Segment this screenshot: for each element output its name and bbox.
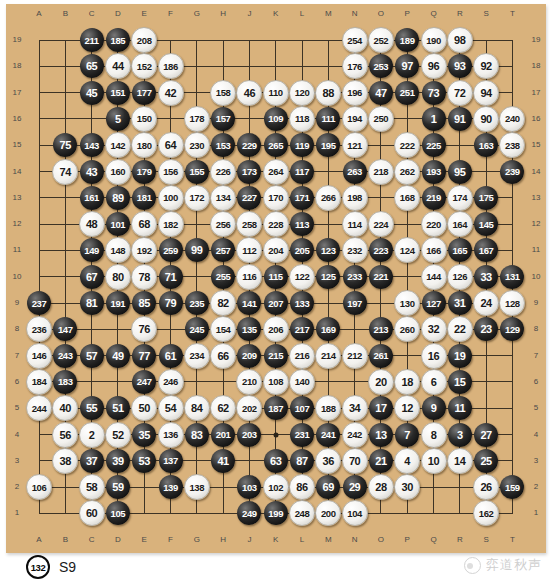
stone-G16: 178: [184, 106, 210, 132]
coord-label-top: B: [63, 10, 68, 18]
stone-D5: 51: [106, 396, 130, 420]
stone-K5: 187: [264, 396, 288, 420]
coord-label-left: 3: [15, 457, 19, 465]
stone-move-number: 187: [268, 403, 283, 414]
stone-move-number: 163: [479, 140, 494, 151]
stone-move-number: 172: [189, 192, 204, 203]
stone-O4: 13: [369, 423, 393, 447]
stone-move-number: 109: [268, 113, 283, 124]
stone-move-number: 64: [165, 139, 176, 151]
stone-move-number: 259: [163, 245, 178, 256]
stone-move-number: 225: [426, 140, 441, 151]
stone-P17: 251: [395, 81, 419, 105]
stone-move-number: 211: [85, 35, 99, 46]
stone-move-number: 10: [428, 455, 439, 467]
stone-R19: 98: [447, 27, 473, 53]
stone-K17: 110: [263, 80, 289, 106]
stone-O6: 20: [368, 369, 394, 395]
stone-D17: 151: [106, 81, 130, 105]
coord-label-left: 18: [13, 62, 22, 70]
stone-S4: 27: [474, 423, 498, 447]
stone-J5: 202: [236, 395, 262, 421]
stone-O19: 252: [368, 27, 394, 53]
stone-move-number: 69: [323, 481, 334, 493]
stone-H4: 201: [211, 423, 235, 447]
stone-move-number: 183: [58, 376, 73, 387]
stone-move-number: 71: [165, 271, 176, 283]
stone-move-number: 76: [138, 323, 149, 335]
stone-C3: 37: [80, 449, 104, 473]
stone-K14: 264: [263, 159, 289, 185]
stone-move-number: 77: [138, 350, 149, 362]
stone-N14: 263: [343, 160, 367, 184]
stone-L13: 171: [290, 186, 314, 210]
stone-P4: 7: [395, 423, 419, 447]
stone-move-number: 80: [112, 271, 123, 283]
stone-move-number: 212: [347, 350, 362, 361]
stone-C10: 67: [80, 265, 104, 289]
stone-A8: 236: [26, 316, 52, 342]
stone-T10: 131: [500, 265, 524, 289]
move-number-badge: 132: [26, 555, 50, 579]
stone-F5: 54: [158, 395, 184, 421]
stone-S16: 90: [473, 106, 499, 132]
stone-N4: 242: [342, 422, 368, 448]
stone-move-number: 196: [347, 87, 362, 98]
stone-move-number: 125: [321, 271, 336, 282]
stone-move-number: 55: [86, 402, 97, 414]
stone-move-number: 24: [480, 297, 491, 309]
stone-M11: 123: [316, 238, 340, 262]
stone-move-number: 151: [111, 87, 126, 98]
stone-move-number: 107: [295, 403, 310, 414]
stone-move-number: 122: [295, 271, 310, 282]
stone-move-number: 174: [452, 192, 467, 203]
stone-move-number: 40: [60, 402, 71, 414]
stone-C12: 48: [79, 211, 105, 237]
coord-label-top: F: [168, 10, 173, 18]
stone-P6: 18: [394, 369, 420, 395]
star-point: [273, 432, 278, 437]
stone-N2: 29: [343, 475, 367, 499]
coord-label-bottom: G: [194, 536, 200, 544]
stone-move-number: 13: [375, 429, 386, 441]
stone-move-number: 51: [112, 402, 123, 414]
stone-M3: 36: [315, 448, 341, 474]
stone-F4: 136: [158, 422, 184, 448]
coord-label-bottom: H: [220, 536, 226, 544]
stone-Q5: 9: [422, 396, 446, 420]
coord-label-top: H: [220, 10, 226, 18]
stone-move-number: 79: [165, 297, 176, 309]
stone-move-number: 254: [347, 35, 362, 46]
stone-Q3: 10: [421, 448, 447, 474]
stone-A7: 146: [26, 343, 52, 369]
stone-M13: 266: [315, 185, 341, 211]
stone-move-number: 93: [454, 60, 465, 72]
stone-Q8: 32: [421, 316, 447, 342]
coord-label-top: K: [273, 10, 278, 18]
stone-R8: 22: [447, 316, 473, 342]
stone-P8: 260: [394, 316, 420, 342]
stone-move-number: 247: [137, 376, 152, 387]
stone-move-number: 167: [479, 245, 494, 256]
stone-H14: 226: [210, 159, 236, 185]
stone-move-number: 97: [401, 60, 412, 72]
stone-move-number: 176: [347, 61, 362, 72]
stone-move-number: 236: [32, 324, 47, 335]
stone-G13: 172: [184, 185, 210, 211]
stone-Q14: 193: [422, 160, 446, 184]
stone-J7: 209: [237, 344, 261, 368]
stone-N17: 196: [342, 80, 368, 106]
stone-move-number: 5: [115, 113, 121, 125]
stone-F3: 137: [159, 449, 183, 473]
coord-label-bottom: A: [36, 536, 41, 544]
stone-move-number: 88: [323, 87, 334, 99]
stone-R16: 91: [448, 107, 472, 131]
stone-move-number: 3: [457, 429, 463, 441]
stone-K8: 206: [263, 316, 289, 342]
stone-R14: 95: [448, 160, 472, 184]
stone-M1: 200: [315, 500, 341, 526]
stone-move-number: 161: [84, 192, 99, 203]
stone-move-number: 186: [163, 61, 178, 72]
stone-P2: 30: [394, 474, 420, 500]
stone-move-number: 127: [426, 298, 441, 309]
stone-move-number: 36: [323, 455, 334, 467]
stone-E11: 192: [131, 237, 157, 263]
stone-J15: 229: [237, 133, 261, 157]
stone-T2: 159: [500, 475, 524, 499]
stone-move-number: 84: [191, 402, 202, 414]
stone-move-number: 159: [505, 482, 520, 493]
stone-move-number: 173: [242, 166, 257, 177]
stone-move-number: 95: [454, 166, 465, 178]
stone-move-number: 139: [163, 482, 178, 493]
coord-label-bottom: S: [483, 536, 488, 544]
stone-move-number: 214: [321, 350, 336, 361]
stone-move-number: 113: [295, 219, 309, 230]
stone-move-number: 105: [111, 508, 126, 519]
stone-move-number: 228: [268, 219, 283, 230]
stone-P9: 130: [394, 290, 420, 316]
stone-R10: 126: [447, 264, 473, 290]
stone-move-number: 191: [111, 298, 126, 309]
stone-F17: 42: [158, 80, 184, 106]
stone-move-number: 263: [347, 166, 362, 177]
stone-D4: 52: [105, 422, 131, 448]
stone-move-number: 90: [480, 113, 491, 125]
stone-S17: 94: [473, 80, 499, 106]
stone-L1: 248: [289, 500, 315, 526]
stone-move-number: 171: [295, 192, 310, 203]
stone-move-number: 86: [296, 481, 307, 493]
stone-move-number: 23: [480, 323, 491, 335]
coord-label-top: C: [89, 10, 95, 18]
coord-label-bottom: J: [247, 536, 251, 544]
coord-label-right: 17: [532, 89, 541, 97]
stone-move-number: 68: [138, 218, 149, 230]
stone-move-number: 100: [163, 192, 178, 203]
stone-N1: 104: [342, 500, 368, 526]
stone-move-number: 46: [244, 87, 255, 99]
coord-label-top: O: [378, 10, 384, 18]
stone-E13: 181: [132, 186, 156, 210]
stone-move-number: 20: [375, 376, 386, 388]
coord-label-right: 7: [534, 352, 538, 360]
stone-move-number: 210: [242, 376, 257, 387]
stone-H8: 154: [210, 316, 236, 342]
stone-move-number: 26: [480, 481, 491, 493]
stone-move-number: 226: [216, 166, 231, 177]
stone-move-number: 44: [112, 60, 123, 72]
stone-move-number: 126: [452, 271, 467, 282]
stone-K9: 207: [264, 291, 288, 315]
stone-move-number: 178: [189, 113, 204, 124]
watermark: 弈道秋声: [464, 556, 542, 574]
stone-move-number: 120: [295, 87, 310, 98]
stone-move-number: 243: [58, 350, 73, 361]
stone-move-number: 248: [295, 508, 310, 519]
coord-label-top: G: [194, 10, 200, 18]
coord-label-right: 6: [534, 378, 538, 386]
stone-move-number: 252: [374, 35, 389, 46]
stone-move-number: 179: [137, 166, 152, 177]
stone-R18: 93: [448, 54, 472, 78]
stone-B3: 38: [52, 448, 78, 474]
stone-S1: 162: [473, 500, 499, 526]
stone-P15: 222: [394, 132, 420, 158]
stone-move-number: 124: [400, 245, 415, 256]
stone-O14: 218: [368, 159, 394, 185]
stone-move-number: 158: [216, 87, 231, 98]
stone-move-number: 177: [137, 87, 152, 98]
stone-move-number: 108: [268, 376, 283, 387]
stone-move-number: 116: [242, 271, 256, 282]
stone-F2: 139: [159, 475, 183, 499]
stone-L2: 86: [289, 474, 315, 500]
coord-label-right: 14: [532, 168, 541, 176]
stone-G4: 83: [185, 423, 209, 447]
stone-S11: 167: [474, 238, 498, 262]
stone-move-number: 11: [454, 402, 465, 414]
stone-T14: 239: [500, 160, 524, 184]
stone-move-number: 201: [216, 429, 231, 440]
stone-move-number: 265: [268, 140, 283, 151]
coord-label-top: M: [325, 10, 332, 18]
coord-label-left: 7: [15, 352, 19, 360]
stone-S13: 175: [474, 186, 498, 210]
stone-A9: 237: [27, 291, 51, 315]
stone-R3: 14: [447, 448, 473, 474]
stone-H7: 66: [210, 343, 236, 369]
stone-K3: 63: [264, 449, 288, 473]
stone-H11: 257: [211, 238, 235, 262]
stone-move-number: 147: [58, 324, 73, 335]
stone-move-number: 110: [269, 87, 283, 98]
stone-move-number: 135: [242, 324, 257, 335]
stone-M8: 169: [316, 317, 340, 341]
stone-move-number: 215: [268, 350, 283, 361]
stone-P14: 262: [394, 159, 420, 185]
hand-with-stone-icon: [464, 557, 481, 574]
stone-move-number: 53: [138, 455, 149, 467]
stone-T15: 238: [499, 132, 525, 158]
stone-move-number: 216: [295, 350, 310, 361]
stone-L16: 118: [289, 106, 315, 132]
stone-J10: 116: [236, 264, 262, 290]
stone-move-number: 89: [112, 192, 123, 204]
stone-move-number: 181: [137, 192, 152, 203]
coord-label-left: 4: [15, 431, 19, 439]
stone-J17: 46: [236, 80, 262, 106]
stone-M2: 69: [316, 475, 340, 499]
stone-H10: 255: [211, 265, 235, 289]
coord-label-top: L: [300, 10, 304, 18]
stone-move-number: 25: [480, 455, 491, 467]
stone-D16: 5: [106, 107, 130, 131]
coord-label-top: S: [483, 10, 488, 18]
stone-H13: 134: [210, 185, 236, 211]
stone-move-number: 8: [431, 429, 437, 441]
coord-label-bottom: D: [115, 536, 121, 544]
stone-move-number: 17: [375, 402, 386, 414]
stone-O12: 224: [368, 211, 394, 237]
stone-G15: 230: [184, 132, 210, 158]
stone-move-number: 195: [321, 140, 336, 151]
coord-label-left: 6: [15, 378, 19, 386]
stone-M4: 241: [316, 423, 340, 447]
stone-O8: 213: [369, 317, 393, 341]
stone-H3: 41: [211, 449, 235, 473]
stone-move-number: 28: [375, 481, 386, 493]
stone-P3: 4: [394, 448, 420, 474]
stone-E18: 152: [131, 53, 157, 79]
stone-move-number: 206: [268, 324, 283, 335]
stone-Q15: 225: [422, 133, 446, 157]
stone-move-number: 29: [349, 481, 360, 493]
stone-T8: 129: [500, 317, 524, 341]
stone-move-number: 38: [60, 455, 71, 467]
stone-F10: 71: [159, 265, 183, 289]
stone-R5: 11: [448, 396, 472, 420]
stone-move-number: 31: [454, 297, 465, 309]
stone-move-number: 78: [138, 271, 149, 283]
stone-K6: 108: [263, 369, 289, 395]
stone-E9: 85: [132, 291, 156, 315]
stone-move-number: 220: [426, 219, 441, 230]
stone-move-number: 117: [295, 166, 309, 177]
stone-move-number: 257: [216, 245, 231, 256]
stone-N10: 233: [343, 265, 367, 289]
coord-label-left: 12: [13, 220, 22, 228]
coord-label-right: 16: [532, 115, 541, 123]
stone-move-number: 150: [137, 113, 152, 124]
stone-D15: 142: [105, 132, 131, 158]
stone-move-number: 56: [60, 429, 71, 441]
stone-move-number: 234: [189, 350, 204, 361]
stone-A5: 244: [26, 395, 52, 421]
coord-label-bottom: L: [300, 536, 304, 544]
stone-move-number: 98: [454, 34, 465, 46]
stone-move-number: 19: [454, 350, 465, 362]
stone-O18: 253: [369, 54, 393, 78]
stone-move-number: 9: [431, 402, 437, 414]
stone-F9: 79: [159, 291, 183, 315]
stone-move-number: 138: [189, 482, 204, 493]
stone-move-number: 21: [375, 455, 386, 467]
stone-R12: 164: [447, 211, 473, 237]
stone-move-number: 249: [242, 508, 257, 519]
coord-label-top: Q: [430, 10, 436, 18]
coord-label-top: N: [352, 10, 358, 18]
stone-L15: 119: [290, 133, 314, 157]
stone-move-number: 204: [268, 245, 283, 256]
stone-move-number: 262: [400, 166, 415, 177]
stone-E14: 179: [132, 160, 156, 184]
stone-E3: 53: [132, 449, 156, 473]
stone-move-number: 264: [268, 166, 283, 177]
stone-move-number: 70: [349, 455, 360, 467]
stone-move-number: 134: [216, 192, 231, 203]
stone-move-number: 250: [374, 113, 389, 124]
stone-Q13: 219: [422, 186, 446, 210]
stone-move-number: 258: [242, 219, 257, 230]
stone-J13: 227: [237, 186, 261, 210]
move-caption: 132 S9: [26, 555, 76, 579]
stone-move-number: 14: [454, 455, 465, 467]
stone-N19: 254: [342, 27, 368, 53]
coord-label-top: E: [142, 10, 147, 18]
stone-D14: 160: [105, 159, 131, 185]
stone-move-number: 91: [454, 113, 465, 125]
stone-E16: 150: [131, 106, 157, 132]
coord-label-left: 10: [13, 273, 22, 281]
stone-move-number: 96: [428, 60, 439, 72]
grid-line-vertical: [39, 40, 40, 514]
stone-move-number: 207: [268, 298, 283, 309]
stone-move-number: 102: [268, 482, 283, 493]
stone-move-number: 42: [165, 87, 176, 99]
stone-move-number: 203: [242, 429, 257, 440]
stone-K10: 115: [264, 265, 288, 289]
stone-move-number: 194: [347, 113, 362, 124]
stone-P18: 97: [395, 54, 419, 78]
stone-move-number: 81: [86, 297, 97, 309]
stone-D10: 80: [105, 264, 131, 290]
stone-O17: 47: [369, 81, 393, 105]
stone-move-number: 65: [86, 60, 97, 72]
coord-label-left: 1: [15, 509, 19, 517]
stone-move-number: 121: [347, 140, 362, 151]
stone-move-number: 12: [401, 402, 412, 414]
stone-R6: 15: [448, 370, 472, 394]
stone-R4: 3: [448, 423, 472, 447]
stone-move-number: 137: [163, 455, 178, 466]
coord-label-top: R: [457, 10, 463, 18]
stone-move-number: 208: [137, 35, 152, 46]
stone-D11: 148: [105, 237, 131, 263]
coord-label-bottom: B: [63, 536, 68, 544]
stone-D1: 105: [106, 501, 130, 525]
stone-move-number: 240: [505, 113, 520, 124]
stone-move-number: 41: [217, 455, 228, 467]
stone-E6: 247: [132, 370, 156, 394]
stone-move-number: 141: [242, 298, 257, 309]
stone-N15: 121: [342, 132, 368, 158]
stone-B5: 40: [52, 395, 78, 421]
